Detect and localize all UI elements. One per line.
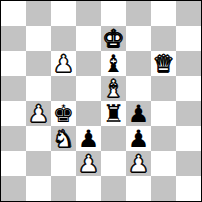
square-d7[interactable] [76, 26, 101, 51]
piece-black-bishop-e6[interactable]: ♝ [103, 52, 125, 76]
square-c6[interactable]: ♟ [51, 51, 76, 76]
piece-white-bishop-e5[interactable]: ♝ [103, 77, 125, 101]
square-b7[interactable] [26, 26, 51, 51]
square-h2[interactable] [176, 151, 201, 176]
piece-white-queen-g6[interactable]: ♛ [153, 52, 175, 76]
piece-white-pawn-b4[interactable]: ♟ [28, 102, 50, 126]
piece-white-pawn-f2[interactable]: ♟ [128, 152, 150, 176]
piece-black-rook-e4[interactable]: ♜ [103, 102, 125, 126]
square-h5[interactable] [176, 76, 201, 101]
chess-diagram: ♚♟♝♛♝♟♚♜♟♞♟♟♟♟ [0, 0, 202, 202]
square-h1[interactable] [176, 176, 201, 201]
square-e5[interactable]: ♝ [101, 76, 126, 101]
square-g8[interactable] [151, 1, 176, 26]
square-h6[interactable] [176, 51, 201, 76]
square-e6[interactable]: ♝ [101, 51, 126, 76]
square-f7[interactable] [126, 26, 151, 51]
square-d8[interactable] [76, 1, 101, 26]
square-b8[interactable] [26, 1, 51, 26]
square-f6[interactable] [126, 51, 151, 76]
square-h3[interactable] [176, 126, 201, 151]
square-d2[interactable]: ♟ [76, 151, 101, 176]
square-b3[interactable] [26, 126, 51, 151]
square-c5[interactable] [51, 76, 76, 101]
square-f1[interactable] [126, 176, 151, 201]
square-d1[interactable] [76, 176, 101, 201]
square-g2[interactable] [151, 151, 176, 176]
square-b6[interactable] [26, 51, 51, 76]
square-h4[interactable] [176, 101, 201, 126]
square-e8[interactable] [101, 1, 126, 26]
square-f5[interactable] [126, 76, 151, 101]
square-a1[interactable] [1, 176, 26, 201]
square-h7[interactable] [176, 26, 201, 51]
piece-black-pawn-f4[interactable]: ♟ [128, 102, 150, 126]
chess-board: ♚♟♝♛♝♟♚♜♟♞♟♟♟♟ [0, 0, 202, 202]
square-e2[interactable] [101, 151, 126, 176]
square-b4[interactable]: ♟ [26, 101, 51, 126]
square-c8[interactable] [51, 1, 76, 26]
square-b5[interactable] [26, 76, 51, 101]
square-f8[interactable] [126, 1, 151, 26]
piece-black-pawn-f3[interactable]: ♟ [128, 127, 150, 151]
square-c7[interactable] [51, 26, 76, 51]
square-b1[interactable] [26, 176, 51, 201]
square-a6[interactable] [1, 51, 26, 76]
square-g6[interactable]: ♛ [151, 51, 176, 76]
square-d3[interactable]: ♟ [76, 126, 101, 151]
square-e1[interactable] [101, 176, 126, 201]
square-g7[interactable] [151, 26, 176, 51]
square-g5[interactable] [151, 76, 176, 101]
square-a5[interactable] [1, 76, 26, 101]
piece-white-pawn-c6[interactable]: ♟ [53, 52, 75, 76]
square-a2[interactable] [1, 151, 26, 176]
square-g3[interactable] [151, 126, 176, 151]
square-b2[interactable] [26, 151, 51, 176]
square-a3[interactable] [1, 126, 26, 151]
square-f2[interactable]: ♟ [126, 151, 151, 176]
square-e7[interactable]: ♚ [101, 26, 126, 51]
square-d5[interactable] [76, 76, 101, 101]
square-g4[interactable] [151, 101, 176, 126]
square-h8[interactable] [176, 1, 201, 26]
square-c4[interactable]: ♚ [51, 101, 76, 126]
square-c3[interactable]: ♞ [51, 126, 76, 151]
square-f3[interactable]: ♟ [126, 126, 151, 151]
square-d6[interactable] [76, 51, 101, 76]
square-e4[interactable]: ♜ [101, 101, 126, 126]
square-g1[interactable] [151, 176, 176, 201]
square-a4[interactable] [1, 101, 26, 126]
piece-black-pawn-d3[interactable]: ♟ [78, 127, 100, 151]
square-a8[interactable] [1, 1, 26, 26]
square-e3[interactable] [101, 126, 126, 151]
square-c1[interactable] [51, 176, 76, 201]
piece-white-pawn-d2[interactable]: ♟ [78, 152, 100, 176]
piece-white-knight-c3[interactable]: ♞ [53, 127, 75, 151]
square-c2[interactable] [51, 151, 76, 176]
square-d4[interactable] [76, 101, 101, 126]
square-a7[interactable] [1, 26, 26, 51]
square-f4[interactable]: ♟ [126, 101, 151, 126]
piece-black-king-c4[interactable]: ♚ [53, 102, 75, 126]
piece-white-king-e7[interactable]: ♚ [103, 27, 125, 51]
